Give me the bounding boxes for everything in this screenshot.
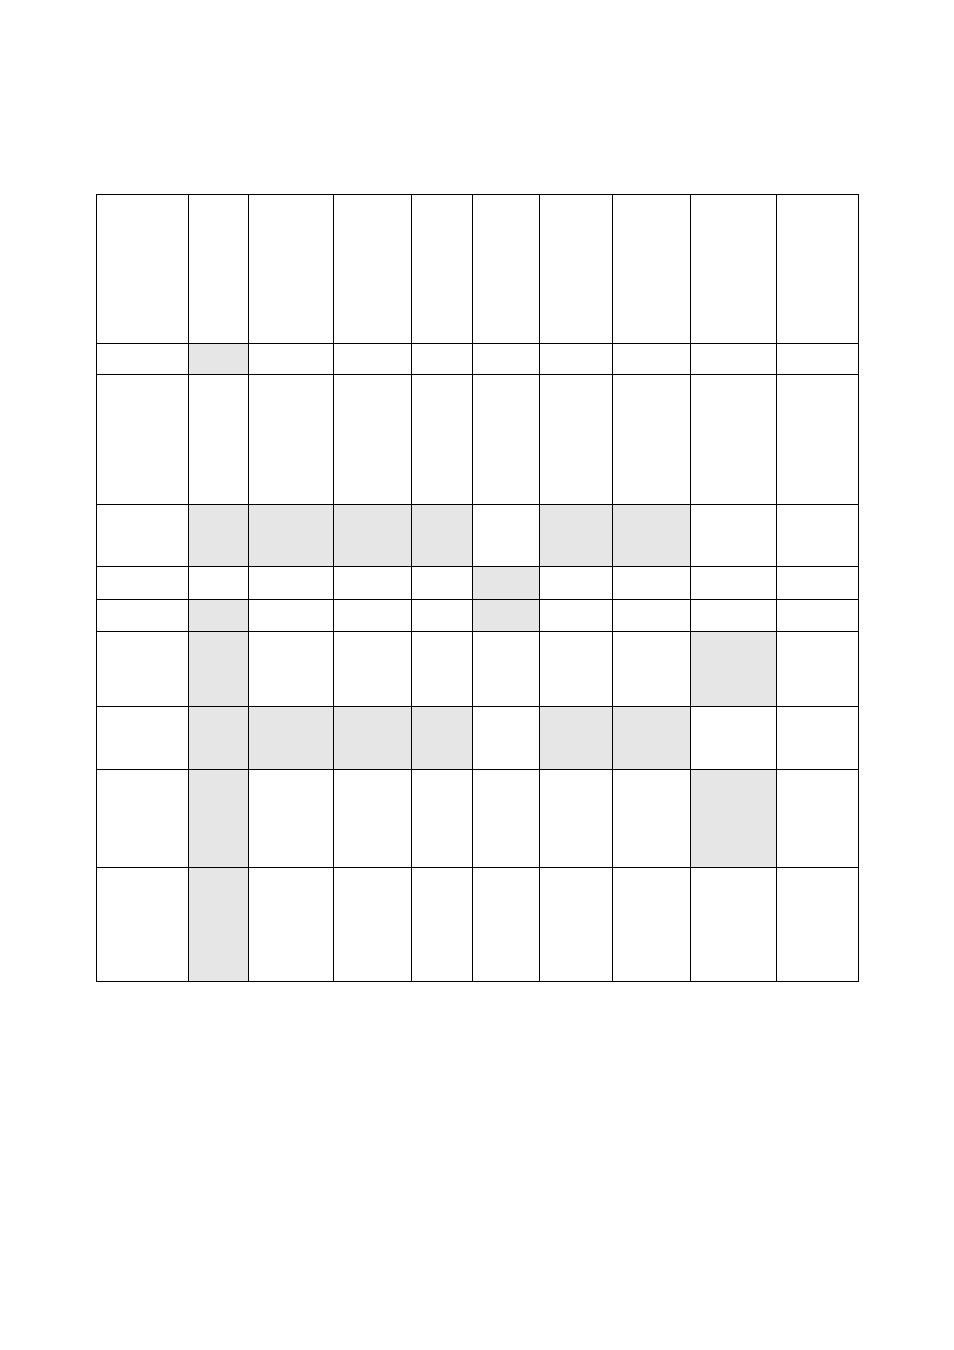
cell-r4c4-shaded xyxy=(334,505,412,567)
cell-r5c2 xyxy=(189,567,249,600)
cell-r6c3 xyxy=(249,600,334,632)
cell-r5c10 xyxy=(777,567,858,600)
cell-r3c8 xyxy=(613,375,691,505)
cell-r2c8 xyxy=(613,344,691,375)
cell-r7c7 xyxy=(540,632,613,707)
cell-r6c4 xyxy=(334,600,412,632)
cell-r5c5 xyxy=(412,567,473,600)
cell-r9c8 xyxy=(613,770,691,868)
cell-r8c7-shaded xyxy=(540,707,613,770)
cell-r10c9 xyxy=(691,868,777,981)
cell-r10c5 xyxy=(412,868,473,981)
cell-r6c9 xyxy=(691,600,777,632)
cell-r7c6 xyxy=(473,632,540,707)
cell-r7c10 xyxy=(777,632,858,707)
cell-r3c5 xyxy=(412,375,473,505)
cell-r5c6-shaded xyxy=(473,567,540,600)
cell-r10c1 xyxy=(97,868,189,981)
cell-r9c2-shaded xyxy=(189,770,249,868)
cell-r2c10 xyxy=(777,344,858,375)
cell-r2c6 xyxy=(473,344,540,375)
cell-r1c10 xyxy=(777,195,858,344)
cell-r10c6 xyxy=(473,868,540,981)
cell-r6c1 xyxy=(97,600,189,632)
cell-r5c4 xyxy=(334,567,412,600)
cell-r4c8-shaded xyxy=(613,505,691,567)
cell-r6c6-shaded xyxy=(473,600,540,632)
cell-r4c1 xyxy=(97,505,189,567)
cell-r3c3 xyxy=(249,375,334,505)
cell-r9c6 xyxy=(473,770,540,868)
cell-r8c5-shaded xyxy=(412,707,473,770)
cell-r7c9-shaded xyxy=(691,632,777,707)
cell-r7c3 xyxy=(249,632,334,707)
cell-r4c5-shaded xyxy=(412,505,473,567)
cell-r9c10 xyxy=(777,770,858,868)
cell-r1c1 xyxy=(97,195,189,344)
cell-r8c6 xyxy=(473,707,540,770)
cell-r6c7 xyxy=(540,600,613,632)
cell-r4c9 xyxy=(691,505,777,567)
cell-r10c10 xyxy=(777,868,858,981)
cell-r6c5 xyxy=(412,600,473,632)
cell-r1c4 xyxy=(334,195,412,344)
cell-r5c3 xyxy=(249,567,334,600)
cell-r5c1 xyxy=(97,567,189,600)
cell-r9c1 xyxy=(97,770,189,868)
cell-r1c5 xyxy=(412,195,473,344)
cell-r6c10 xyxy=(777,600,858,632)
cell-r6c8 xyxy=(613,600,691,632)
cell-r8c4-shaded xyxy=(334,707,412,770)
cell-r3c10 xyxy=(777,375,858,505)
cell-r10c4 xyxy=(334,868,412,981)
cell-r7c5 xyxy=(412,632,473,707)
cell-r1c8 xyxy=(613,195,691,344)
cell-r3c1 xyxy=(97,375,189,505)
cell-r1c7 xyxy=(540,195,613,344)
cell-r2c4 xyxy=(334,344,412,375)
cell-r2c3 xyxy=(249,344,334,375)
cell-r7c2-shaded xyxy=(189,632,249,707)
cell-r8c10 xyxy=(777,707,858,770)
cell-r8c9 xyxy=(691,707,777,770)
cell-r10c3 xyxy=(249,868,334,981)
cell-r4c2-shaded xyxy=(189,505,249,567)
cell-r3c9 xyxy=(691,375,777,505)
cell-r3c7 xyxy=(540,375,613,505)
cell-r2c5 xyxy=(412,344,473,375)
cell-r8c8-shaded xyxy=(613,707,691,770)
cell-r8c2-shaded xyxy=(189,707,249,770)
document-page xyxy=(0,0,954,1350)
cell-r8c1 xyxy=(97,707,189,770)
cell-r1c2 xyxy=(189,195,249,344)
cell-r3c4 xyxy=(334,375,412,505)
cell-r2c2-shaded xyxy=(189,344,249,375)
cell-r5c9 xyxy=(691,567,777,600)
cell-r7c1 xyxy=(97,632,189,707)
cell-r4c10 xyxy=(777,505,858,567)
cell-r9c9-shaded xyxy=(691,770,777,868)
cell-r1c9 xyxy=(691,195,777,344)
cell-r9c3 xyxy=(249,770,334,868)
cell-r3c6 xyxy=(473,375,540,505)
cell-r9c5 xyxy=(412,770,473,868)
cell-r3c2 xyxy=(189,375,249,505)
cell-r6c2-shaded xyxy=(189,600,249,632)
cell-r5c7 xyxy=(540,567,613,600)
cell-r2c1 xyxy=(97,344,189,375)
cell-r10c7 xyxy=(540,868,613,981)
cell-r2c9 xyxy=(691,344,777,375)
cell-r9c4 xyxy=(334,770,412,868)
cell-r4c3-shaded xyxy=(249,505,334,567)
cell-r7c4 xyxy=(334,632,412,707)
cell-r1c6 xyxy=(473,195,540,344)
cell-r5c8 xyxy=(613,567,691,600)
cell-r4c6 xyxy=(473,505,540,567)
cell-r7c8 xyxy=(613,632,691,707)
cell-r1c3 xyxy=(249,195,334,344)
puzzle-grid xyxy=(96,194,859,982)
cell-r2c7 xyxy=(540,344,613,375)
cell-r8c3-shaded xyxy=(249,707,334,770)
cell-r9c7 xyxy=(540,770,613,868)
cell-r10c8 xyxy=(613,868,691,981)
cell-r10c2-shaded xyxy=(189,868,249,981)
cell-r4c7-shaded xyxy=(540,505,613,567)
